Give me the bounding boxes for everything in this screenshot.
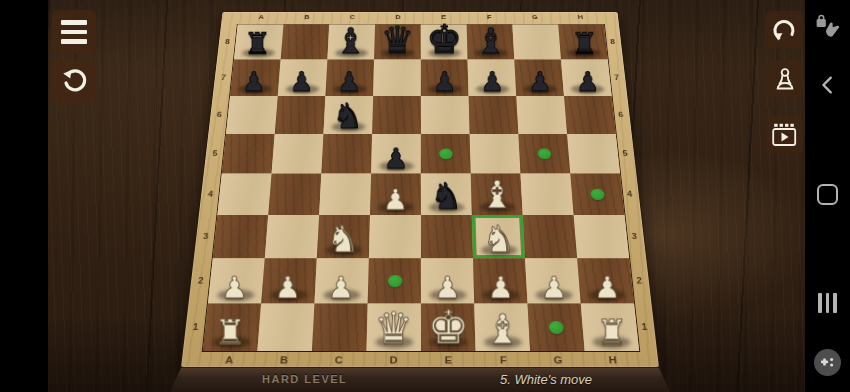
square-a6[interactable] — [226, 96, 278, 134]
square-f2[interactable]: ♟ — [473, 258, 528, 303]
square-h2[interactable]: ♟ — [577, 258, 634, 303]
square-c7[interactable]: ♟ — [325, 60, 374, 96]
rotate-board-button[interactable] — [52, 59, 96, 103]
square-h6[interactable] — [564, 96, 616, 134]
black-pawn[interactable]: ♟ — [564, 68, 612, 95]
board-frame: ABCDEFGH ABCDEFGH 87654321 87654321 ♜♝♛♚… — [180, 12, 660, 368]
undo-arrow-icon — [772, 17, 798, 43]
pawn-outline-icon — [772, 66, 798, 92]
menu-button[interactable] — [52, 10, 96, 54]
black-pawn[interactable]: ♟ — [516, 68, 564, 95]
app-screen: ABCDEFGH ABCDEFGH 87654321 87654321 ♜♝♛♚… — [0, 0, 850, 392]
rotate-icon — [60, 67, 88, 95]
square-d2[interactable] — [368, 258, 421, 303]
coordinate-label: H — [585, 355, 641, 366]
white-bishop[interactable]: ♝ — [476, 310, 531, 351]
square-e6[interactable] — [421, 96, 470, 134]
white-pawn[interactable]: ♟ — [314, 273, 367, 303]
square-d1[interactable]: ♛ — [366, 304, 421, 351]
square-g4[interactable] — [520, 174, 573, 215]
square-g3[interactable] — [523, 215, 577, 258]
difficulty-label: HARD LEVEL — [262, 373, 347, 385]
square-g6[interactable] — [516, 96, 567, 134]
recents-bars-icon — [826, 293, 830, 313]
square-a2[interactable]: ♟ — [208, 258, 265, 303]
square-b4[interactable] — [268, 174, 321, 215]
coordinate-label: A — [201, 355, 257, 366]
black-pawn[interactable]: ♟ — [325, 68, 373, 95]
opponent-mode-button[interactable] — [766, 60, 803, 97]
coordinate-label: B — [284, 14, 330, 20]
black-rook[interactable]: ♜ — [234, 29, 281, 59]
square-e1[interactable]: ♚ — [421, 304, 476, 351]
square-h4[interactable] — [570, 174, 624, 215]
square-c4[interactable] — [319, 174, 371, 215]
white-pawn[interactable]: ♟ — [421, 273, 474, 303]
hamburger-icon — [61, 39, 87, 44]
square-e4[interactable]: ♞ — [421, 174, 472, 215]
file-labels-bottom: ABCDEFGH — [201, 355, 640, 366]
square-a5[interactable] — [222, 134, 275, 174]
square-a1[interactable]: ♜ — [203, 304, 261, 351]
legal-move-dot[interactable] — [537, 148, 551, 159]
square-b3[interactable] — [265, 215, 319, 258]
square-c2[interactable]: ♟ — [314, 258, 368, 303]
black-rook[interactable]: ♜ — [561, 29, 608, 59]
hamburger-icon — [61, 30, 87, 35]
black-king[interactable]: ♚ — [421, 19, 468, 59]
white-pawn[interactable]: ♟ — [527, 273, 580, 303]
square-d4[interactable]: ♟ — [370, 174, 421, 215]
square-b2[interactable]: ♟ — [261, 258, 317, 303]
square-e7[interactable]: ♟ — [421, 60, 469, 96]
replay-video-button[interactable] — [766, 116, 803, 153]
white-knight[interactable]: ♞ — [317, 221, 369, 258]
home-squircle-icon — [817, 184, 838, 205]
coordinate-label: D — [366, 355, 421, 366]
square-f6[interactable] — [469, 96, 519, 134]
coordinate-label: A — [238, 14, 284, 20]
square-g7[interactable]: ♟ — [514, 60, 564, 96]
square-d3[interactable] — [369, 215, 421, 258]
coordinate-label: C — [329, 14, 375, 20]
black-bishop[interactable]: ♝ — [327, 24, 374, 59]
square-d6[interactable] — [372, 96, 421, 134]
square-c5[interactable] — [321, 134, 372, 174]
square-e8[interactable]: ♚ — [421, 25, 468, 60]
screen-pin-button[interactable] — [805, 13, 850, 39]
coordinate-label: B — [256, 355, 311, 366]
square-h5[interactable] — [567, 134, 620, 174]
square-a8[interactable]: ♜ — [234, 25, 284, 60]
camera-cutout-strip — [0, 0, 48, 392]
white-king[interactable]: ♚ — [421, 304, 476, 351]
video-clapper-icon — [771, 123, 798, 147]
coordinate-label: F — [476, 355, 531, 366]
back-chevron-icon — [817, 74, 839, 96]
square-b8[interactable] — [281, 25, 330, 60]
legal-move-dot[interactable] — [548, 321, 564, 334]
game-tools-icon — [814, 349, 841, 376]
square-d5[interactable]: ♟ — [371, 134, 421, 174]
square-b6[interactable] — [275, 96, 326, 134]
white-rook[interactable]: ♜ — [203, 315, 258, 350]
square-f4[interactable]: ♝ — [471, 174, 523, 215]
square-b1[interactable] — [257, 304, 314, 351]
square-d7[interactable] — [373, 60, 421, 96]
white-knight[interactable]: ♞ — [473, 221, 525, 258]
hamburger-icon — [61, 20, 87, 25]
black-pawn[interactable]: ♟ — [469, 68, 517, 95]
coordinate-label: F — [466, 14, 512, 20]
coordinate-label: G — [512, 14, 558, 20]
home-button[interactable] — [805, 184, 850, 205]
coordinate-label: 7 — [215, 60, 231, 96]
board-grid: ♜♝♛♚♝♜♟♟♟♟♟♟♟♞♟♟♞♝♞♞♟♟♟♟♟♟♟♜♛♚♝♜ — [203, 25, 639, 352]
black-knight[interactable]: ♞ — [421, 178, 472, 214]
recents-bars-icon — [833, 293, 837, 313]
square-f8[interactable]: ♝ — [467, 25, 515, 60]
square-e3[interactable] — [421, 215, 473, 258]
white-pawn[interactable]: ♟ — [581, 273, 634, 303]
white-queen[interactable]: ♛ — [366, 307, 421, 351]
coordinate-label: 4 — [202, 174, 219, 215]
black-pawn[interactable]: ♟ — [278, 68, 326, 95]
square-f7[interactable]: ♟ — [468, 60, 517, 96]
black-queen[interactable]: ♛ — [374, 22, 421, 59]
square-d8[interactable]: ♛ — [374, 25, 421, 60]
move-status-label: 5. White's move — [500, 372, 592, 387]
square-c1[interactable] — [312, 304, 368, 351]
square-c6[interactable]: ♞ — [323, 96, 373, 134]
square-e2[interactable]: ♟ — [421, 258, 474, 303]
black-pawn[interactable]: ♟ — [371, 145, 421, 173]
game-tools-button[interactable] — [805, 349, 850, 376]
white-pawn[interactable]: ♟ — [261, 273, 314, 303]
legal-move-dot[interactable] — [439, 148, 453, 159]
white-pawn[interactable]: ♟ — [208, 273, 261, 303]
square-b5[interactable] — [272, 134, 324, 174]
black-bishop[interactable]: ♝ — [468, 24, 515, 59]
coordinate-label: 5 — [206, 134, 223, 174]
square-c8[interactable]: ♝ — [327, 25, 375, 60]
square-f3[interactable]: ♞ — [472, 215, 525, 258]
square-g8[interactable] — [512, 25, 561, 60]
coordinate-label: E — [421, 355, 476, 366]
coordinate-label: 3 — [197, 215, 215, 258]
square-h3[interactable] — [574, 215, 630, 258]
square-b7[interactable]: ♟ — [278, 60, 328, 96]
white-bishop[interactable]: ♝ — [472, 176, 523, 214]
recents-button[interactable] — [805, 293, 850, 313]
coordinate-label: C — [311, 355, 366, 366]
square-e5[interactable] — [421, 134, 471, 174]
legal-move-dot[interactable] — [590, 188, 605, 199]
square-f1[interactable]: ♝ — [474, 304, 530, 351]
board-base-bar: HARD LEVEL 5. White's move — [170, 368, 670, 392]
coordinate-label: 6 — [211, 96, 228, 134]
white-pawn[interactable]: ♟ — [370, 186, 421, 215]
black-knight[interactable]: ♞ — [323, 99, 372, 134]
square-c3[interactable]: ♞ — [317, 215, 370, 258]
recents-bars-icon — [818, 293, 822, 313]
legal-move-dot[interactable] — [387, 274, 402, 286]
coordinate-label: 8 — [220, 25, 236, 60]
square-g2[interactable]: ♟ — [525, 258, 581, 303]
square-a7[interactable]: ♟ — [230, 60, 281, 96]
square-f5[interactable] — [470, 134, 521, 174]
chess-board: ABCDEFGH ABCDEFGH 87654321 87654321 ♜♝♛♚… — [180, 12, 660, 368]
square-h7[interactable]: ♟ — [561, 60, 612, 96]
square-h1[interactable]: ♜ — [581, 304, 639, 351]
black-pawn[interactable]: ♟ — [230, 68, 278, 95]
coordinate-label: G — [530, 355, 586, 366]
square-h8[interactable]: ♜ — [558, 25, 608, 60]
square-g1[interactable] — [528, 304, 585, 351]
back-button[interactable] — [805, 74, 850, 96]
hand-lock-icon — [815, 13, 841, 39]
square-g5[interactable] — [518, 134, 570, 174]
square-a4[interactable] — [217, 174, 271, 215]
white-pawn[interactable]: ♟ — [474, 273, 527, 303]
white-rook[interactable]: ♜ — [585, 315, 640, 350]
coordinate-label: H — [557, 14, 603, 20]
black-pawn[interactable]: ♟ — [421, 68, 469, 95]
android-nav-bar — [805, 0, 850, 392]
undo-move-button[interactable] — [766, 11, 803, 48]
square-a3[interactable] — [213, 215, 269, 258]
